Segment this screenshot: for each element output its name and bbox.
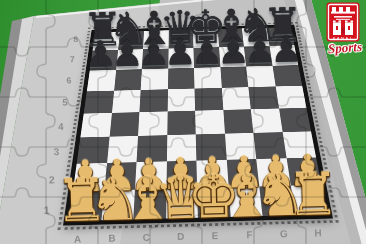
square-d4[interactable] xyxy=(167,111,196,136)
file-label-c: C xyxy=(143,232,152,243)
square-d5[interactable] xyxy=(167,88,195,111)
square-e5[interactable] xyxy=(195,88,223,111)
square-e4[interactable] xyxy=(195,110,224,135)
file-label-a: A xyxy=(74,234,83,244)
rank-label-4: 4 xyxy=(58,121,65,132)
black-pawn-h7[interactable]: ♟ xyxy=(270,32,303,69)
tv-channel-logo: KANAL Sports xyxy=(326,2,364,58)
square-b4[interactable] xyxy=(109,112,139,137)
file-label-d: D xyxy=(177,231,186,242)
square-h4[interactable] xyxy=(279,108,311,133)
file-label-h: H xyxy=(314,227,323,238)
square-c4[interactable] xyxy=(138,111,167,136)
rank-label-6: 6 xyxy=(66,75,72,85)
square-f4[interactable] xyxy=(223,109,253,134)
chess-game-screenshot: 87654321ABCDEFGH ♜♞♝♛♚♝♞♜♟♟♟♟♟♟♟♟♟♟♟♟♟♟♟… xyxy=(0,0,366,244)
square-g5[interactable] xyxy=(248,86,278,109)
file-label-f: F xyxy=(246,229,253,240)
channel-emblem-icon: KANAL xyxy=(326,2,360,42)
logo-wordmark: Sports xyxy=(322,38,366,57)
file-label-e: E xyxy=(212,230,220,241)
square-a4[interactable] xyxy=(80,113,111,138)
square-c5[interactable] xyxy=(139,89,167,112)
board-scene: 87654321ABCDEFGH ♜♞♝♛♚♝♞♜♟♟♟♟♟♟♟♟♟♟♟♟♟♟♟… xyxy=(0,0,366,244)
square-g4[interactable] xyxy=(251,109,282,134)
square-a5[interactable] xyxy=(84,91,114,114)
rank-label-5: 5 xyxy=(62,97,68,107)
rank-label-7: 7 xyxy=(70,54,76,64)
white-rook-h1[interactable]: ♜ xyxy=(286,165,340,225)
square-h5[interactable] xyxy=(275,86,306,109)
file-label-g: G xyxy=(280,228,289,239)
rank-label-3: 3 xyxy=(54,147,61,158)
rank-label-8: 8 xyxy=(73,34,79,44)
square-b5[interactable] xyxy=(112,90,141,113)
rank-label-1: 1 xyxy=(44,204,51,216)
file-label-b: B xyxy=(108,233,117,244)
square-f5[interactable] xyxy=(221,87,250,110)
